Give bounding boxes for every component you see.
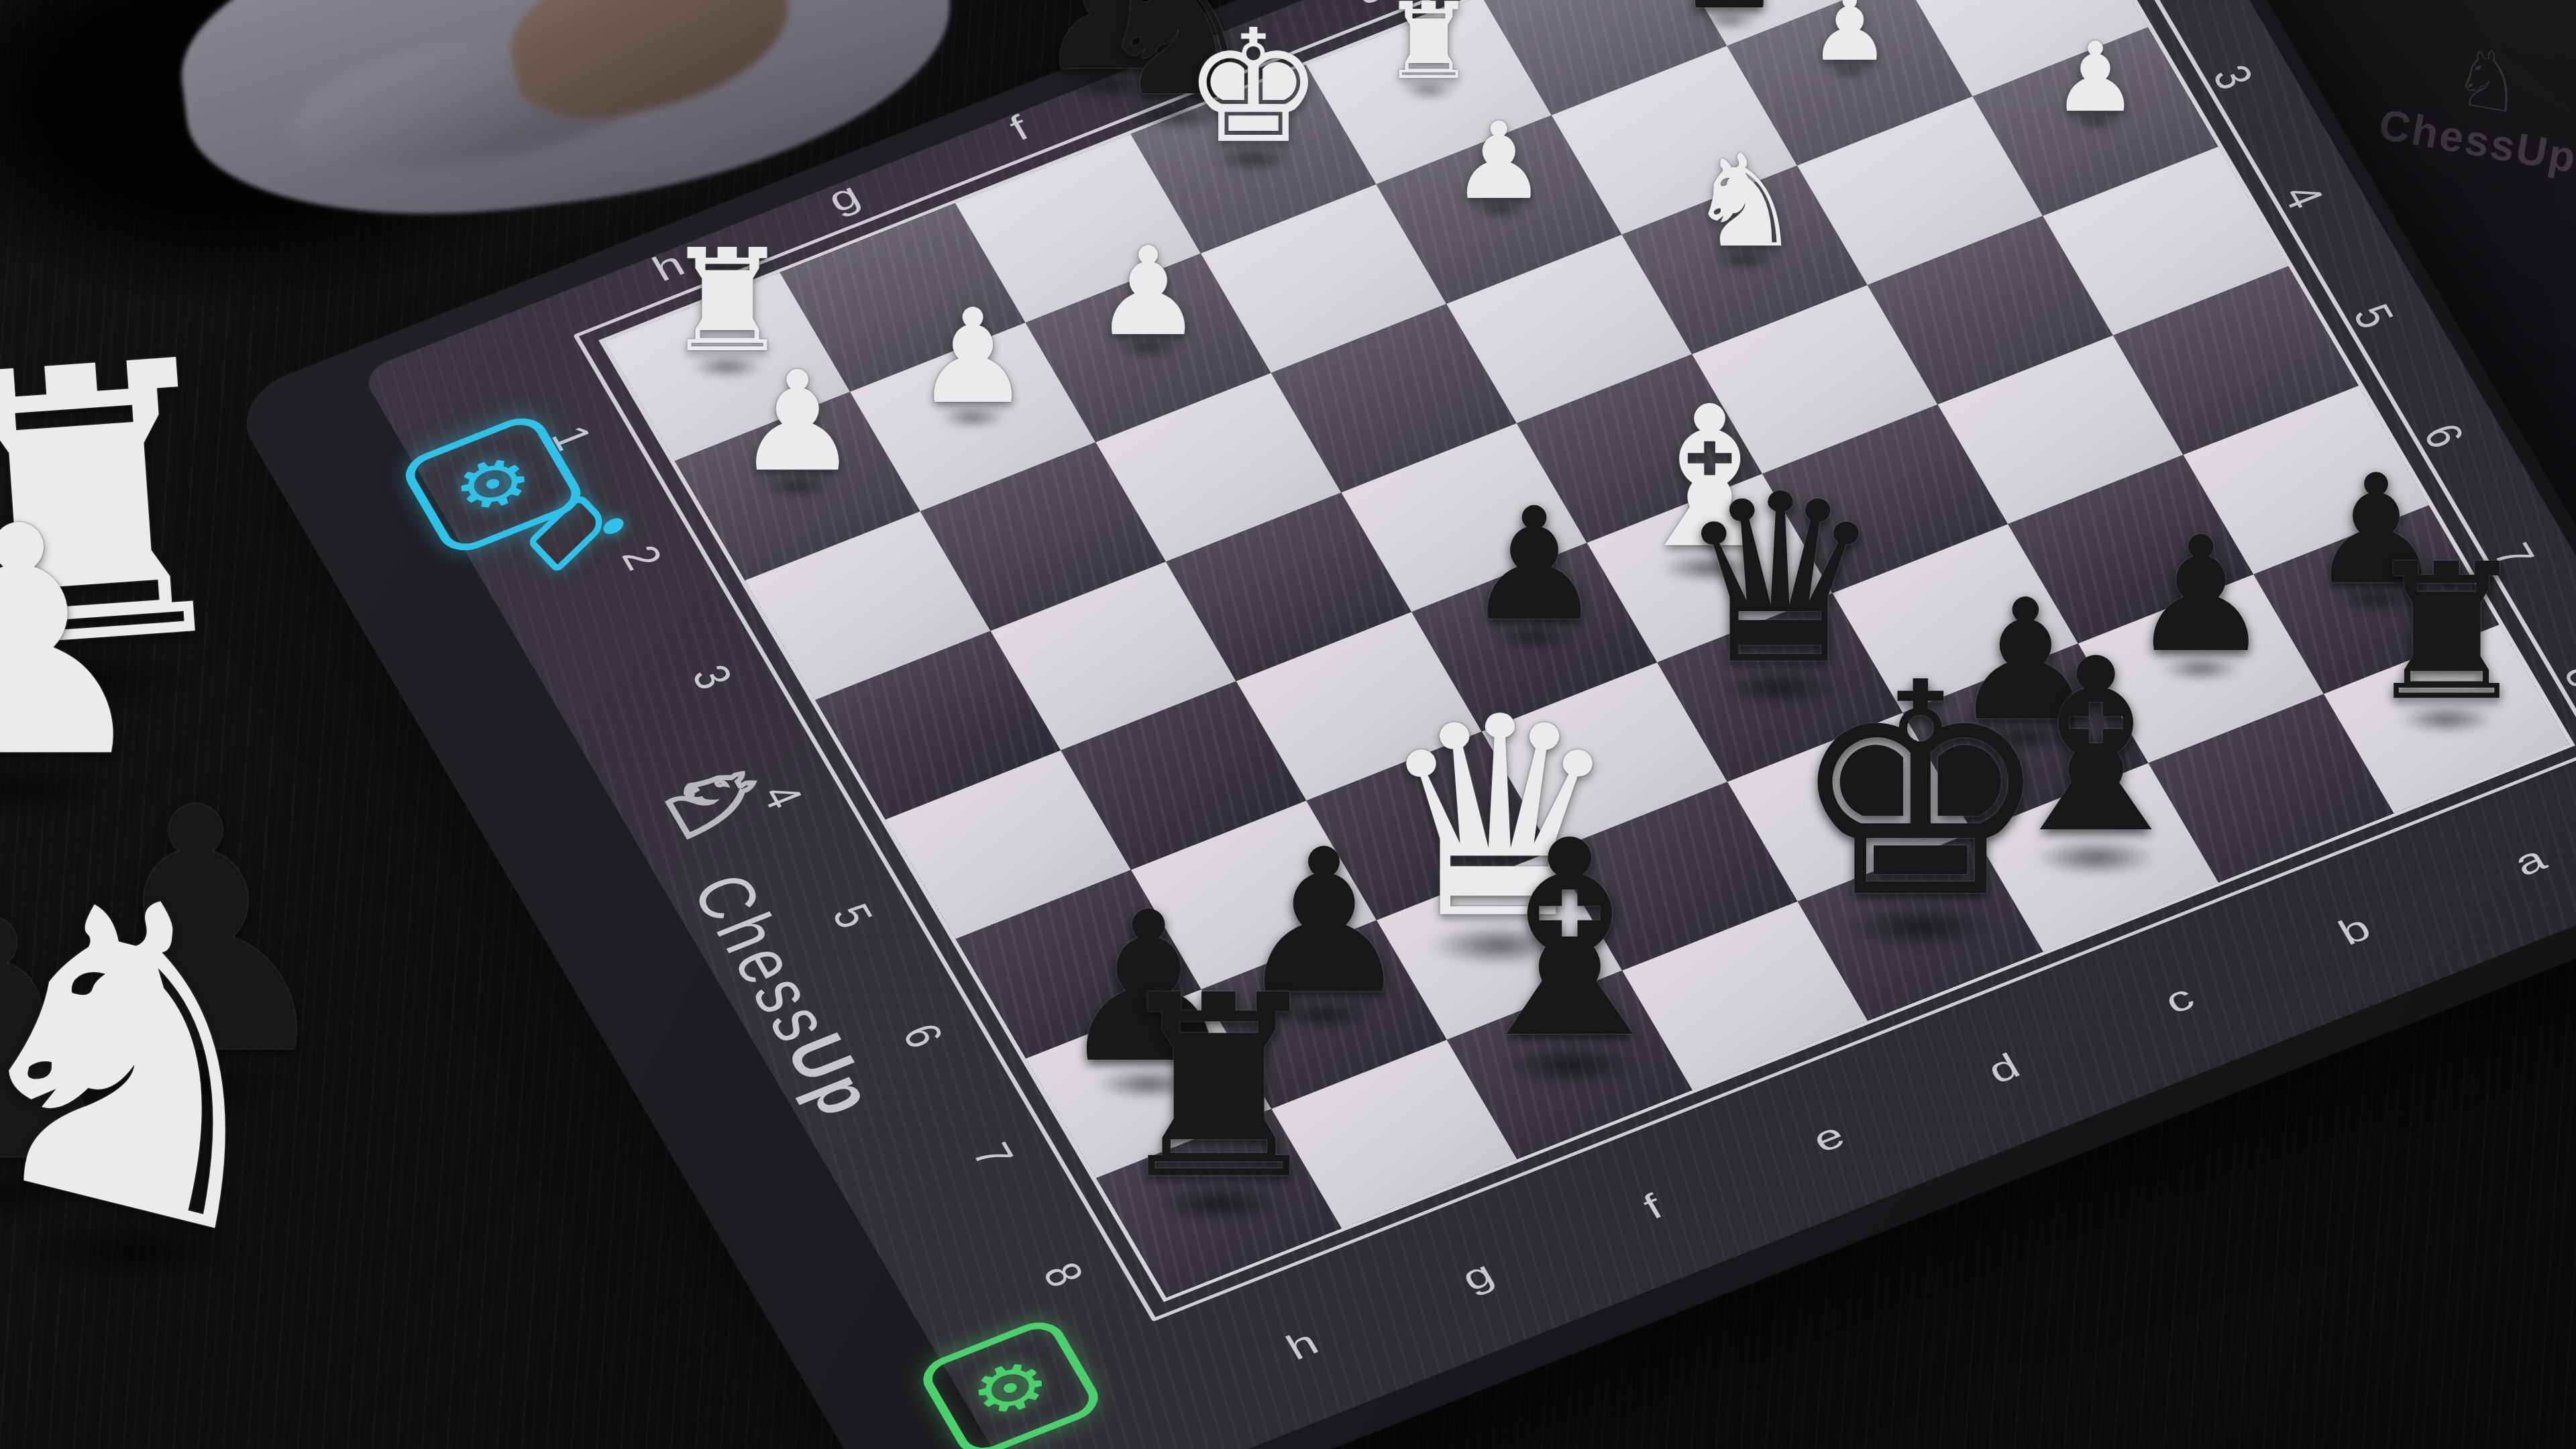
offboard-far-side-black-piece-3[interactable]: ♟	[1678, 0, 1780, 25]
white-king-e1[interactable]: ♚	[1183, 9, 1324, 166]
black-bishop-f8[interactable]: ♝	[1448, 806, 1690, 1076]
black-pawn-e5[interactable]: ♟	[1464, 488, 1604, 643]
white-pawn-g2[interactable]: ♟	[914, 292, 1031, 422]
white-pawn-h2[interactable]: ♟	[735, 354, 859, 492]
white-pawn-a3[interactable]: ♟	[2052, 30, 2138, 125]
white-rook-d1[interactable]: ♜	[1381, 0, 1476, 94]
gear-icon: ⚙	[440, 442, 545, 527]
white-pawn-d2[interactable]: ♟	[1452, 107, 1547, 213]
white-pawn-b2[interactable]: ♟	[1809, 0, 1890, 74]
black-rook-h8[interactable]: ♜	[1106, 962, 1332, 1214]
white-knight-c3[interactable]: ♞	[1687, 138, 1802, 265]
gear-icon: ⚙	[958, 1346, 1063, 1431]
black-king-d8[interactable]: ♚	[1788, 645, 2052, 938]
white-pawn-f2[interactable]: ♟	[1093, 231, 1203, 353]
black-rook-a8[interactable]: ♜	[2363, 539, 2531, 727]
